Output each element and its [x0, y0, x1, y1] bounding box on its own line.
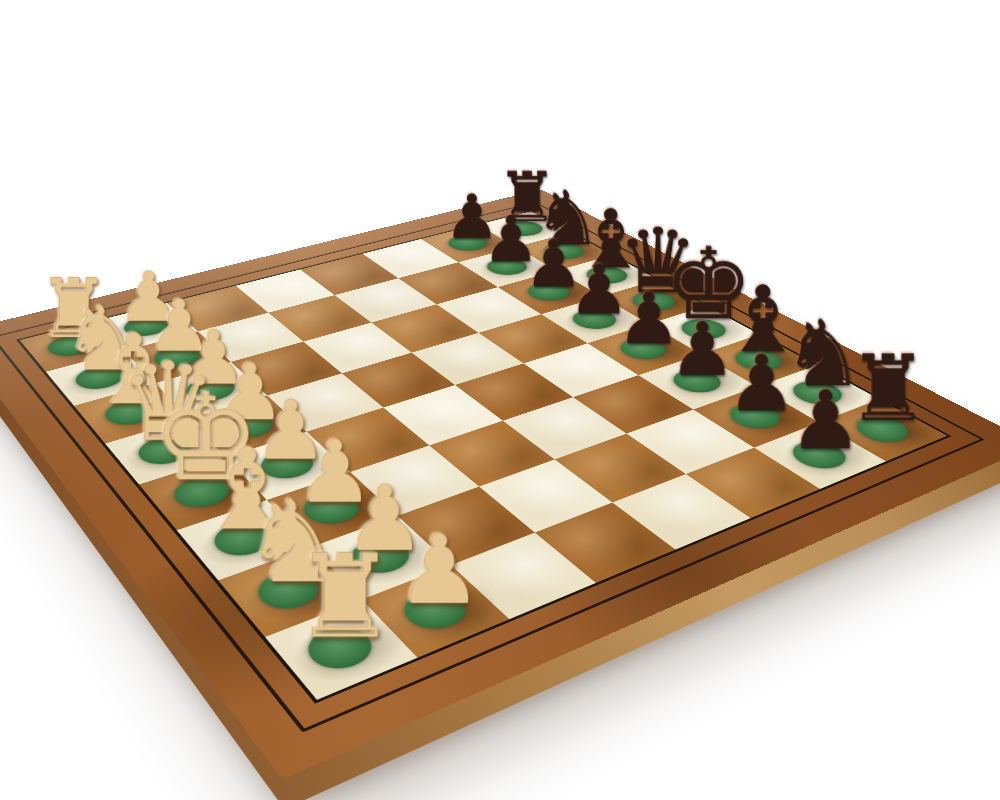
- piece-black-pawn-h7[interactable]: ♟: [754, 266, 896, 459]
- chess-set-photo: ♜♟♞♟♟♜♝♟♟♞♛♟♟♝♚♟♟♛♝♟♟♚♞♟♟♝♜♟♟♞♟♜: [0, 0, 1000, 800]
- rook-glyph: ♜: [293, 543, 397, 653]
- piece-white-rook-h1[interactable]: ♜: [258, 416, 433, 653]
- pawn-glyph: ♟: [789, 381, 862, 458]
